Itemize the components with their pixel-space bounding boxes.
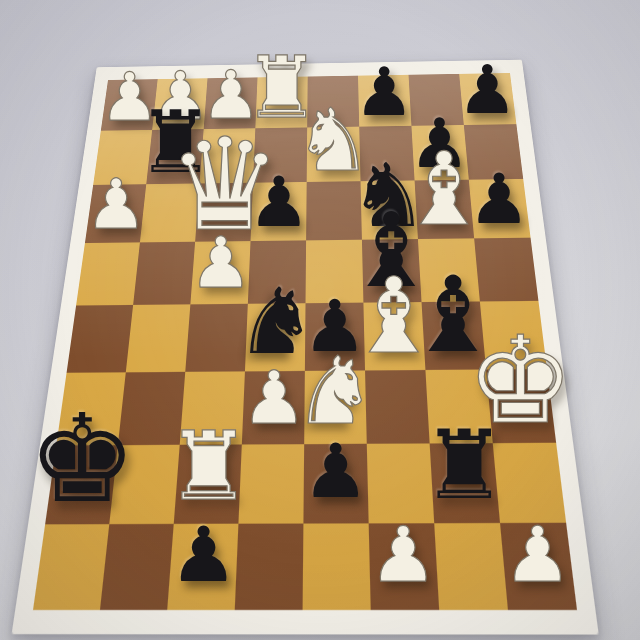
square-a1[interactable] [33, 524, 109, 610]
square-e1[interactable] [303, 523, 371, 610]
white-knight-e3[interactable]: ♞ [293, 344, 376, 437]
photo-background: ♟♟♟♜♟♟♜♞♟♟♛♟♞♝♟♟♝♞♟♝♝♟♞♚♚♜♟♜♟♟♟ [0, 0, 640, 640]
square-b1[interactable] [100, 524, 174, 610]
white-pawn-f1[interactable]: ♟ [369, 517, 437, 593]
black-pawn-e2[interactable]: ♟ [302, 435, 369, 510]
black-king-a2[interactable]: ♚ [28, 399, 137, 521]
black-pawn-c1[interactable]: ♟ [169, 517, 237, 593]
black-rook-g2[interactable]: ♜ [421, 418, 506, 513]
square-g1[interactable] [434, 523, 508, 610]
square-b4[interactable] [126, 304, 191, 372]
square-d1[interactable] [235, 524, 304, 610]
square-a4[interactable] [67, 305, 134, 373]
white-pawn-a6[interactable]: ♟ [85, 170, 147, 239]
white-rook-c2[interactable]: ♜ [166, 420, 251, 515]
white-pawn-h1[interactable]: ♟ [503, 516, 572, 593]
square-a5[interactable] [76, 242, 140, 305]
